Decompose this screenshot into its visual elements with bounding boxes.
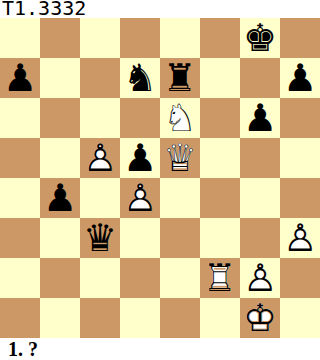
black-queen[interactable]: ♛	[80, 218, 120, 258]
square-g7[interactable]	[240, 58, 280, 98]
square-e7[interactable]: ♜	[160, 58, 200, 98]
square-a2[interactable]	[0, 258, 40, 298]
square-c7[interactable]	[80, 58, 120, 98]
square-h7[interactable]: ♟	[280, 58, 320, 98]
square-h8[interactable]	[280, 18, 320, 58]
square-f5[interactable]	[200, 138, 240, 178]
white-knight[interactable]: ♘	[160, 98, 200, 138]
chess-board: ♚♟♞♜♟♞♘♟♟♙♟♛♕♟♟♙♛♟♙♜♖♟♙♚♔	[0, 18, 320, 338]
square-b8[interactable]	[40, 18, 80, 58]
square-d3[interactable]	[120, 218, 160, 258]
square-a1[interactable]	[0, 298, 40, 338]
white-king-fill: ♚	[240, 298, 280, 338]
square-f2[interactable]: ♜♖	[200, 258, 240, 298]
square-c6[interactable]	[80, 98, 120, 138]
square-e3[interactable]	[160, 218, 200, 258]
white-queen[interactable]: ♕	[160, 138, 200, 178]
square-g3[interactable]	[240, 218, 280, 258]
square-f7[interactable]	[200, 58, 240, 98]
square-h6[interactable]	[280, 98, 320, 138]
square-g5[interactable]	[240, 138, 280, 178]
square-c8[interactable]	[80, 18, 120, 58]
chess-puzzle-diagram: T1.3332 ♚♟♞♜♟♞♘♟♟♙♟♛♕♟♟♙♛♟♙♜♖♟♙♚♔ 1. ?	[0, 0, 320, 360]
black-king[interactable]: ♚	[240, 18, 280, 58]
black-knight[interactable]: ♞	[120, 58, 160, 98]
square-f8[interactable]	[200, 18, 240, 58]
black-rook[interactable]: ♜	[160, 58, 200, 98]
white-pawn[interactable]: ♙	[120, 178, 160, 218]
header-strip: T1.3332	[0, 0, 320, 18]
square-a7[interactable]: ♟	[0, 58, 40, 98]
square-g2[interactable]: ♟♙	[240, 258, 280, 298]
black-pawn[interactable]: ♟	[120, 138, 160, 178]
square-c3[interactable]: ♛	[80, 218, 120, 258]
square-h4[interactable]	[280, 178, 320, 218]
square-b1[interactable]	[40, 298, 80, 338]
square-e4[interactable]	[160, 178, 200, 218]
square-h3[interactable]: ♟♙	[280, 218, 320, 258]
white-rook-fill: ♜	[200, 258, 240, 298]
square-d7[interactable]: ♞	[120, 58, 160, 98]
square-g8[interactable]: ♚	[240, 18, 280, 58]
square-d8[interactable]	[120, 18, 160, 58]
position-id-label: T1.3332	[2, 0, 86, 18]
square-h1[interactable]	[280, 298, 320, 338]
square-f3[interactable]	[200, 218, 240, 258]
white-pawn[interactable]: ♙	[80, 138, 120, 178]
square-a4[interactable]	[0, 178, 40, 218]
white-queen-fill: ♛	[160, 138, 200, 178]
white-rook[interactable]: ♖	[200, 258, 240, 298]
square-a5[interactable]	[0, 138, 40, 178]
square-g1[interactable]: ♚♔	[240, 298, 280, 338]
white-pawn-fill: ♟	[240, 258, 280, 298]
white-pawn-fill: ♟	[280, 218, 320, 258]
square-a8[interactable]	[0, 18, 40, 58]
square-e5[interactable]: ♛♕	[160, 138, 200, 178]
square-d6[interactable]	[120, 98, 160, 138]
square-d2[interactable]	[120, 258, 160, 298]
square-a3[interactable]	[0, 218, 40, 258]
white-pawn-fill: ♟	[120, 178, 160, 218]
square-e2[interactable]	[160, 258, 200, 298]
square-g4[interactable]	[240, 178, 280, 218]
square-b2[interactable]	[40, 258, 80, 298]
white-pawn[interactable]: ♙	[280, 218, 320, 258]
square-e1[interactable]	[160, 298, 200, 338]
square-f1[interactable]	[200, 298, 240, 338]
square-e8[interactable]	[160, 18, 200, 58]
white-knight-fill: ♞	[160, 98, 200, 138]
square-f4[interactable]	[200, 178, 240, 218]
black-pawn[interactable]: ♟	[40, 178, 80, 218]
footer-strip: 1. ?	[0, 338, 320, 360]
black-pawn[interactable]: ♟	[280, 58, 320, 98]
square-g6[interactable]: ♟	[240, 98, 280, 138]
square-e6[interactable]: ♞♘	[160, 98, 200, 138]
square-b5[interactable]	[40, 138, 80, 178]
white-pawn-fill: ♟	[80, 138, 120, 178]
black-pawn[interactable]: ♟	[240, 98, 280, 138]
square-b7[interactable]	[40, 58, 80, 98]
square-d1[interactable]	[120, 298, 160, 338]
square-b4[interactable]: ♟	[40, 178, 80, 218]
square-h5[interactable]	[280, 138, 320, 178]
move-prompt-label: 1. ?	[8, 338, 38, 360]
square-d4[interactable]: ♟♙	[120, 178, 160, 218]
square-a6[interactable]	[0, 98, 40, 138]
square-c2[interactable]	[80, 258, 120, 298]
black-pawn[interactable]: ♟	[0, 58, 40, 98]
square-c5[interactable]: ♟♙	[80, 138, 120, 178]
square-c4[interactable]	[80, 178, 120, 218]
white-pawn[interactable]: ♙	[240, 258, 280, 298]
square-c1[interactable]	[80, 298, 120, 338]
white-king[interactable]: ♔	[240, 298, 280, 338]
square-f6[interactable]	[200, 98, 240, 138]
square-b3[interactable]	[40, 218, 80, 258]
square-h2[interactable]	[280, 258, 320, 298]
square-d5[interactable]: ♟	[120, 138, 160, 178]
square-b6[interactable]	[40, 98, 80, 138]
